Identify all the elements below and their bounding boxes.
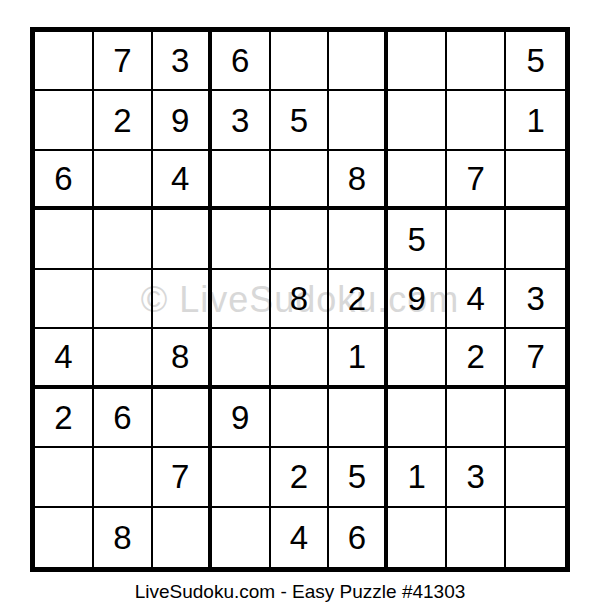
- given-cell-r3c6: 8: [329, 151, 388, 210]
- given-cell-r8c8: 3: [447, 448, 506, 507]
- given-cell-r9c5: 4: [271, 508, 330, 567]
- empty-cell-r3c9[interactable]: [506, 151, 565, 210]
- empty-cell-r9c7[interactable]: [388, 508, 447, 567]
- empty-cell-r6c2[interactable]: [94, 329, 153, 388]
- given-cell-r2c5: 5: [271, 91, 330, 150]
- sudoku-board: 73652935164875829434812726972513846: [30, 27, 570, 572]
- given-cell-r5c9: 3: [506, 270, 565, 329]
- given-cell-r1c3: 3: [153, 32, 212, 91]
- empty-cell-r2c7[interactable]: [388, 91, 447, 150]
- board-area: © LiveSudoku.com 73652935164875829434812…: [30, 27, 570, 572]
- empty-cell-r4c1[interactable]: [35, 210, 94, 269]
- given-cell-r6c1: 4: [35, 329, 94, 388]
- empty-cell-r7c7[interactable]: [388, 389, 447, 448]
- empty-cell-r1c8[interactable]: [447, 32, 506, 91]
- given-cell-r6c3: 8: [153, 329, 212, 388]
- empty-cell-r4c2[interactable]: [94, 210, 153, 269]
- empty-cell-r7c5[interactable]: [271, 389, 330, 448]
- empty-cell-r7c9[interactable]: [506, 389, 565, 448]
- given-cell-r3c3: 4: [153, 151, 212, 210]
- given-cell-r8c7: 1: [388, 448, 447, 507]
- empty-cell-r6c5[interactable]: [271, 329, 330, 388]
- empty-cell-r3c4[interactable]: [212, 151, 271, 210]
- empty-cell-r4c3[interactable]: [153, 210, 212, 269]
- given-cell-r2c9: 1: [506, 91, 565, 150]
- given-cell-r4c7: 5: [388, 210, 447, 269]
- given-cell-r3c1: 6: [35, 151, 94, 210]
- empty-cell-r6c7[interactable]: [388, 329, 447, 388]
- given-cell-r7c1: 2: [35, 389, 94, 448]
- empty-cell-r9c4[interactable]: [212, 508, 271, 567]
- empty-cell-r5c1[interactable]: [35, 270, 94, 329]
- given-cell-r9c6: 6: [329, 508, 388, 567]
- empty-cell-r8c2[interactable]: [94, 448, 153, 507]
- given-cell-r8c5: 2: [271, 448, 330, 507]
- empty-cell-r2c8[interactable]: [447, 91, 506, 150]
- given-cell-r2c4: 3: [212, 91, 271, 150]
- sudoku-page: © LiveSudoku.com 73652935164875829434812…: [0, 0, 600, 615]
- empty-cell-r5c4[interactable]: [212, 270, 271, 329]
- given-cell-r6c9: 7: [506, 329, 565, 388]
- given-cell-r5c5: 8: [271, 270, 330, 329]
- given-cell-r1c9: 5: [506, 32, 565, 91]
- empty-cell-r6c4[interactable]: [212, 329, 271, 388]
- empty-cell-r7c6[interactable]: [329, 389, 388, 448]
- empty-cell-r4c9[interactable]: [506, 210, 565, 269]
- empty-cell-r1c6[interactable]: [329, 32, 388, 91]
- given-cell-r6c6: 1: [329, 329, 388, 388]
- given-cell-r3c8: 7: [447, 151, 506, 210]
- empty-cell-r1c7[interactable]: [388, 32, 447, 91]
- given-cell-r6c8: 2: [447, 329, 506, 388]
- empty-cell-r7c8[interactable]: [447, 389, 506, 448]
- empty-cell-r9c3[interactable]: [153, 508, 212, 567]
- empty-cell-r4c5[interactable]: [271, 210, 330, 269]
- empty-cell-r3c7[interactable]: [388, 151, 447, 210]
- empty-cell-r5c3[interactable]: [153, 270, 212, 329]
- given-cell-r7c4: 9: [212, 389, 271, 448]
- given-cell-r8c3: 7: [153, 448, 212, 507]
- empty-cell-r5c2[interactable]: [94, 270, 153, 329]
- empty-cell-r9c9[interactable]: [506, 508, 565, 567]
- empty-cell-r8c1[interactable]: [35, 448, 94, 507]
- given-cell-r2c3: 9: [153, 91, 212, 150]
- empty-cell-r3c5[interactable]: [271, 151, 330, 210]
- empty-cell-r4c8[interactable]: [447, 210, 506, 269]
- empty-cell-r3c2[interactable]: [94, 151, 153, 210]
- given-cell-r8c6: 5: [329, 448, 388, 507]
- given-cell-r2c2: 2: [94, 91, 153, 150]
- empty-cell-r4c4[interactable]: [212, 210, 271, 269]
- empty-cell-r8c9[interactable]: [506, 448, 565, 507]
- empty-cell-r9c8[interactable]: [447, 508, 506, 567]
- empty-cell-r9c1[interactable]: [35, 508, 94, 567]
- empty-cell-r8c4[interactable]: [212, 448, 271, 507]
- given-cell-r5c8: 4: [447, 270, 506, 329]
- empty-cell-r1c5[interactable]: [271, 32, 330, 91]
- puzzle-caption: LiveSudoku.com - Easy Puzzle #41303: [0, 581, 600, 603]
- given-cell-r7c2: 6: [94, 389, 153, 448]
- given-cell-r5c7: 9: [388, 270, 447, 329]
- given-cell-r9c2: 8: [94, 508, 153, 567]
- given-cell-r5c6: 2: [329, 270, 388, 329]
- given-cell-r1c2: 7: [94, 32, 153, 91]
- empty-cell-r4c6[interactable]: [329, 210, 388, 269]
- empty-cell-r1c1[interactable]: [35, 32, 94, 91]
- empty-cell-r2c6[interactable]: [329, 91, 388, 150]
- empty-cell-r2c1[interactable]: [35, 91, 94, 150]
- given-cell-r1c4: 6: [212, 32, 271, 91]
- empty-cell-r7c3[interactable]: [153, 389, 212, 448]
